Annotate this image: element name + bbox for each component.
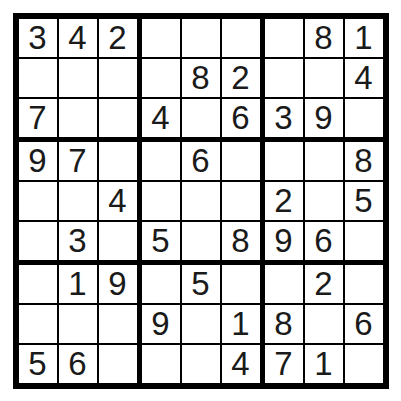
cell-r1c1[interactable]: 3 — [19, 19, 57, 57]
cell-r3c3[interactable] — [99, 99, 137, 137]
cell-r7c2[interactable]: 1 — [59, 265, 97, 303]
cell-r6c7[interactable]: 9 — [265, 222, 303, 260]
cell-r5c5[interactable] — [182, 182, 220, 220]
cell-r2c4[interactable] — [142, 59, 180, 97]
cell-r4c2[interactable]: 7 — [59, 142, 97, 180]
cell-r9c7[interactable]: 7 — [265, 345, 303, 383]
cell-r3c5[interactable] — [182, 99, 220, 137]
cell-r2c5[interactable]: 8 — [182, 59, 220, 97]
cell-r1c6[interactable] — [222, 19, 260, 57]
cell-r4c5[interactable]: 6 — [182, 142, 220, 180]
cell-r1c8[interactable]: 8 — [305, 19, 343, 57]
cell-r8c4[interactable]: 9 — [142, 305, 180, 343]
cell-r9c8[interactable]: 1 — [305, 345, 343, 383]
cell-r9c5[interactable] — [182, 345, 220, 383]
cell-r5c6[interactable] — [222, 182, 260, 220]
cell-r1c4[interactable] — [142, 19, 180, 57]
cell-r2c9[interactable]: 4 — [345, 59, 383, 97]
cell-r9c2[interactable]: 6 — [59, 345, 97, 383]
cell-r8c8[interactable] — [305, 305, 343, 343]
cell-r8c3[interactable] — [99, 305, 137, 343]
cell-r4c4[interactable] — [142, 142, 180, 180]
cell-r9c9[interactable] — [345, 345, 383, 383]
cell-r5c7[interactable]: 2 — [265, 182, 303, 220]
cell-r1c7[interactable] — [265, 19, 303, 57]
cell-r3c7[interactable]: 3 — [265, 99, 303, 137]
cell-r5c9[interactable]: 5 — [345, 182, 383, 220]
sudoku-board: 34281824746399768425358961952918656471 — [13, 13, 389, 389]
cell-r5c1[interactable] — [19, 182, 57, 220]
cell-r8c7[interactable]: 8 — [265, 305, 303, 343]
cell-r8c6[interactable]: 1 — [222, 305, 260, 343]
cell-r6c8[interactable]: 6 — [305, 222, 343, 260]
cell-r8c9[interactable]: 6 — [345, 305, 383, 343]
cell-r2c3[interactable] — [99, 59, 137, 97]
cell-r6c3[interactable] — [99, 222, 137, 260]
cell-r1c5[interactable] — [182, 19, 220, 57]
cell-r3c1[interactable]: 7 — [19, 99, 57, 137]
cell-r8c1[interactable] — [19, 305, 57, 343]
cell-r2c7[interactable] — [265, 59, 303, 97]
cell-r6c5[interactable] — [182, 222, 220, 260]
cell-r7c6[interactable] — [222, 265, 260, 303]
cell-r6c1[interactable] — [19, 222, 57, 260]
cell-r3c6[interactable]: 6 — [222, 99, 260, 137]
cell-r9c6[interactable]: 4 — [222, 345, 260, 383]
cell-r5c3[interactable]: 4 — [99, 182, 137, 220]
cell-r7c5[interactable]: 5 — [182, 265, 220, 303]
cell-r9c3[interactable] — [99, 345, 137, 383]
cell-r3c2[interactable] — [59, 99, 97, 137]
cell-r6c2[interactable]: 3 — [59, 222, 97, 260]
cell-r5c4[interactable] — [142, 182, 180, 220]
cell-r5c2[interactable] — [59, 182, 97, 220]
cell-r4c3[interactable] — [99, 142, 137, 180]
cell-r8c5[interactable] — [182, 305, 220, 343]
cell-r4c8[interactable] — [305, 142, 343, 180]
cell-r2c1[interactable] — [19, 59, 57, 97]
cell-r2c6[interactable]: 2 — [222, 59, 260, 97]
cell-r3c4[interactable]: 4 — [142, 99, 180, 137]
cell-r6c9[interactable] — [345, 222, 383, 260]
cell-r2c2[interactable] — [59, 59, 97, 97]
cell-r6c4[interactable]: 5 — [142, 222, 180, 260]
cell-r4c9[interactable]: 8 — [345, 142, 383, 180]
cell-r3c9[interactable] — [345, 99, 383, 137]
cell-r7c3[interactable]: 9 — [99, 265, 137, 303]
cell-r1c3[interactable]: 2 — [99, 19, 137, 57]
cell-r9c4[interactable] — [142, 345, 180, 383]
cell-r5c8[interactable] — [305, 182, 343, 220]
cell-r3c8[interactable]: 9 — [305, 99, 343, 137]
cell-r8c2[interactable] — [59, 305, 97, 343]
cell-r7c7[interactable] — [265, 265, 303, 303]
cell-r4c6[interactable] — [222, 142, 260, 180]
cell-r7c9[interactable] — [345, 265, 383, 303]
cell-r1c9[interactable]: 1 — [345, 19, 383, 57]
cell-r4c1[interactable]: 9 — [19, 142, 57, 180]
cell-r7c4[interactable] — [142, 265, 180, 303]
cell-r6c6[interactable]: 8 — [222, 222, 260, 260]
cell-r1c2[interactable]: 4 — [59, 19, 97, 57]
cell-r4c7[interactable] — [265, 142, 303, 180]
cell-r7c1[interactable] — [19, 265, 57, 303]
cell-r7c8[interactable]: 2 — [305, 265, 343, 303]
cell-r2c8[interactable] — [305, 59, 343, 97]
cell-r9c1[interactable]: 5 — [19, 345, 57, 383]
